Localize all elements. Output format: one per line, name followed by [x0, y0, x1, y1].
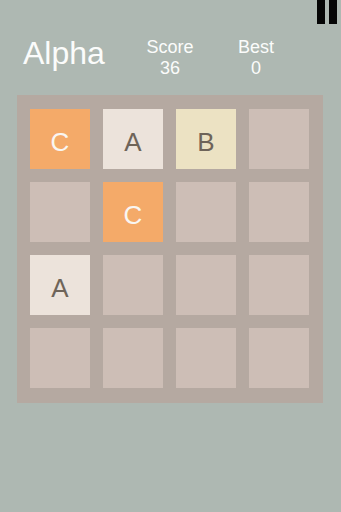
- empty-cell: [176, 255, 236, 315]
- score-label: Score: [135, 37, 205, 58]
- score-panel: Score 36: [135, 37, 205, 79]
- score-value: 36: [135, 58, 205, 79]
- pause-icon: [317, 0, 325, 24]
- best-value: 0: [221, 58, 291, 79]
- tile-C: C: [103, 182, 163, 242]
- empty-cell: [249, 182, 309, 242]
- best-panel: Best 0: [221, 37, 291, 79]
- pause-button[interactable]: [317, 0, 337, 24]
- empty-cell: [30, 328, 90, 388]
- empty-cell: [249, 109, 309, 169]
- empty-cell: [249, 328, 309, 388]
- empty-cell: [176, 328, 236, 388]
- tile-B: B: [176, 109, 236, 169]
- empty-cell: [30, 182, 90, 242]
- page-title: Alpha: [23, 36, 105, 70]
- tile-A: A: [103, 109, 163, 169]
- tile-C: C: [30, 109, 90, 169]
- pause-icon: [329, 0, 337, 24]
- empty-cell: [249, 255, 309, 315]
- game-board: CABCA: [17, 95, 323, 403]
- empty-cell: [176, 182, 236, 242]
- empty-cell: [103, 255, 163, 315]
- best-label: Best: [221, 37, 291, 58]
- board-grid[interactable]: CABCA: [17, 95, 323, 402]
- tile-A: A: [30, 255, 90, 315]
- empty-cell: [103, 328, 163, 388]
